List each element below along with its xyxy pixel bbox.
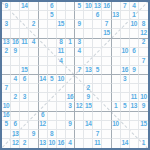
cell-r11c3[interactable]: 3 <box>20 93 29 102</box>
cell-r14c11[interactable] <box>93 121 102 130</box>
given-digit: 14 <box>85 121 91 128</box>
cell-r7c7[interactable]: 4 <box>57 57 66 66</box>
cell-r10c7[interactable] <box>57 84 66 93</box>
cell-r2c15[interactable]: 1 <box>130 11 139 20</box>
cell-r11c8[interactable]: 16 <box>66 93 75 102</box>
cell-r4c8[interactable] <box>66 29 75 38</box>
cell-r6c12[interactable] <box>102 48 111 57</box>
given-digit: 14 <box>21 3 27 10</box>
cell-r1c3[interactable]: 14 <box>20 2 29 11</box>
cell-r12c4[interactable] <box>29 102 38 111</box>
cell-r9c15[interactable] <box>130 75 139 84</box>
cell-r2c5[interactable] <box>39 11 48 20</box>
given-digit: 4 <box>68 140 71 147</box>
cell-r3c9[interactable]: 9 <box>75 20 84 29</box>
cell-r16c2[interactable]: 12 <box>11 139 20 148</box>
cell-r12c16[interactable]: 9 <box>139 102 148 111</box>
cell-r4c12[interactable]: 15 <box>102 29 111 38</box>
cell-r8c5[interactable] <box>39 66 48 75</box>
cell-r1c1[interactable]: 9 <box>2 2 11 11</box>
cell-r15c1[interactable] <box>2 130 11 139</box>
cell-r5c10[interactable] <box>84 39 93 48</box>
cell-r15c13[interactable] <box>112 130 121 139</box>
cell-r16c8[interactable]: 4 <box>66 139 75 148</box>
cell-r3c2[interactable] <box>11 20 20 29</box>
cell-r3c10[interactable] <box>84 20 93 29</box>
given-digit: 11 <box>94 140 100 147</box>
cell-r6c14[interactable]: 10 <box>121 48 130 57</box>
given-digit: 3 <box>68 103 71 110</box>
cell-r3c5[interactable] <box>39 20 48 29</box>
cell-r13c2[interactable] <box>11 112 20 121</box>
cell-r5c15[interactable] <box>130 39 139 48</box>
given-digit: 15 <box>58 21 64 28</box>
cell-r14c2[interactable]: 6 <box>11 121 20 130</box>
cell-r12c5[interactable] <box>39 102 48 111</box>
cell-r11c1[interactable] <box>2 93 11 102</box>
cell-r4c16[interactable]: 12 <box>139 29 148 38</box>
cell-r14c3[interactable] <box>20 121 29 130</box>
cell-r2c12[interactable] <box>102 11 111 20</box>
cell-r3c1[interactable]: 3 <box>2 20 11 29</box>
cell-r2c10[interactable] <box>84 11 93 20</box>
cell-r13c16[interactable] <box>139 112 148 121</box>
given-digit: 15 <box>85 103 91 110</box>
cell-r12c6[interactable] <box>48 102 57 111</box>
given-digit: 2 <box>23 140 26 147</box>
cell-r6c8[interactable] <box>66 48 75 57</box>
cell-r14c8[interactable]: 9 <box>66 121 75 130</box>
cell-r5c11[interactable] <box>93 39 102 48</box>
cell-r14c14[interactable] <box>121 121 130 130</box>
cell-r5c12[interactable] <box>102 39 111 48</box>
cell-r8c7[interactable] <box>57 66 66 75</box>
given-digit: 15 <box>140 121 146 128</box>
given-digit: 16 <box>58 140 64 147</box>
cell-r16c1[interactable] <box>2 139 11 148</box>
cell-r8c10[interactable]: 13 <box>84 66 93 75</box>
given-digit: 6 <box>50 3 53 10</box>
cell-r6c6[interactable] <box>48 48 57 57</box>
cell-r15c8[interactable] <box>66 130 75 139</box>
cell-r3c8[interactable] <box>66 20 75 29</box>
cell-r13c5[interactable]: 6 <box>39 112 48 121</box>
cell-r12c3[interactable] <box>20 102 29 111</box>
cell-r2c6[interactable]: 5 <box>48 11 57 20</box>
cell-r9c7[interactable]: 10 <box>57 75 66 84</box>
cell-r5c2[interactable]: 16 <box>11 39 20 48</box>
cell-r5c8[interactable]: 1 <box>66 39 75 48</box>
given-digit: 7 <box>4 85 7 92</box>
cell-r13c14[interactable] <box>121 112 130 121</box>
cell-r7c12[interactable] <box>102 57 111 66</box>
cell-r2c2[interactable] <box>11 11 20 20</box>
cell-r15c4[interactable]: 9 <box>29 130 38 139</box>
cell-r11c11[interactable] <box>93 93 102 102</box>
cell-r1c16[interactable] <box>139 2 148 11</box>
cell-r1c10[interactable]: 10 <box>84 2 93 11</box>
cell-r1c9[interactable]: 5 <box>75 2 84 11</box>
cell-r4c14[interactable] <box>121 29 130 38</box>
given-digit: 5 <box>77 3 80 10</box>
cell-r12c1[interactable]: 10 <box>2 102 11 111</box>
cell-r3c3[interactable] <box>20 20 29 29</box>
cell-r1c13[interactable] <box>112 2 121 11</box>
cell-r13c12[interactable] <box>102 112 111 121</box>
cell-r5c5[interactable] <box>39 39 48 48</box>
cell-r8c11[interactable]: 5 <box>93 66 102 75</box>
cell-r11c13[interactable] <box>112 93 121 102</box>
cell-r7c6[interactable] <box>48 57 57 66</box>
cell-r16c13[interactable] <box>112 139 121 148</box>
cell-r11c16[interactable]: 10 <box>139 93 148 102</box>
cell-r11c10[interactable]: 9 <box>84 93 93 102</box>
cell-r7c9[interactable] <box>75 57 84 66</box>
cell-r9c14[interactable]: 3 <box>121 75 130 84</box>
given-digit: 13 <box>12 131 18 138</box>
given-digit: 2 <box>4 48 7 55</box>
given-digit: 4 <box>77 48 80 55</box>
cell-r7c1[interactable] <box>2 57 11 66</box>
cell-r13c11[interactable] <box>93 112 102 121</box>
given-digit: 1 <box>142 140 145 147</box>
cell-r4c6[interactable] <box>48 29 57 38</box>
given-digit: 3 <box>4 21 7 28</box>
cell-r3c16[interactable]: 8 <box>139 20 148 29</box>
cell-r12c7[interactable] <box>57 102 66 111</box>
cell-r2c13[interactable]: 13 <box>112 11 121 20</box>
cell-r7c13[interactable] <box>112 57 121 66</box>
cell-r6c10[interactable] <box>84 48 93 57</box>
cell-r10c6[interactable] <box>48 84 57 93</box>
given-digit: 10 <box>48 140 54 147</box>
cell-r7c3[interactable] <box>20 57 29 66</box>
cell-r11c2[interactable]: 2 <box>11 93 20 102</box>
cell-r8c1[interactable] <box>2 66 11 75</box>
cell-r4c3[interactable] <box>20 29 29 38</box>
cell-r9c12[interactable] <box>102 75 111 84</box>
cell-r16c14[interactable]: 14 <box>121 139 130 148</box>
cell-r2c11[interactable]: 6 <box>93 11 102 20</box>
cell-r6c1[interactable]: 2 <box>2 48 11 57</box>
cell-r3c11[interactable] <box>93 20 102 29</box>
cell-r11c5[interactable] <box>39 93 48 102</box>
cell-r13c9[interactable] <box>75 112 84 121</box>
cell-r16c5[interactable]: 13 <box>39 139 48 148</box>
given-digit: 10 <box>58 76 64 83</box>
given-digit: 13 <box>131 103 137 110</box>
cell-r13c8[interactable] <box>66 112 75 121</box>
given-digit: 9 <box>68 121 71 128</box>
cell-r8c8[interactable] <box>66 66 75 75</box>
cell-r14c6[interactable] <box>48 121 57 130</box>
cell-r10c12[interactable] <box>102 84 111 93</box>
cell-r5c14[interactable] <box>121 39 130 48</box>
cell-r14c12[interactable] <box>102 121 111 130</box>
given-digit: 8 <box>50 131 53 138</box>
cell-r9c10[interactable] <box>84 75 93 84</box>
cell-r4c2[interactable] <box>11 29 20 38</box>
cell-r15c5[interactable] <box>39 130 48 139</box>
cell-r5c1[interactable]: 13 <box>2 39 11 48</box>
cell-r11c6[interactable] <box>48 93 57 102</box>
cell-r9c6[interactable]: 5 <box>48 75 57 84</box>
cell-r4c15[interactable] <box>130 29 139 38</box>
cell-r1c15[interactable]: 4 <box>130 2 139 11</box>
cell-r5c3[interactable]: 11 <box>20 39 29 48</box>
cell-r16c4[interactable] <box>29 139 38 148</box>
cell-r16c12[interactable] <box>102 139 111 148</box>
cell-r4c7[interactable] <box>57 29 66 38</box>
cell-r2c1[interactable] <box>2 11 11 20</box>
cell-r3c4[interactable]: 2 <box>29 20 38 29</box>
given-digit: 12 <box>39 121 45 128</box>
cell-r3c7[interactable]: 15 <box>57 20 66 29</box>
cell-r10c15[interactable] <box>130 84 139 93</box>
given-digit: 6 <box>14 121 17 128</box>
cell-r9c1[interactable] <box>2 75 11 84</box>
cell-r11c14[interactable] <box>121 93 130 102</box>
cell-r15c10[interactable] <box>84 130 93 139</box>
cell-r13c7[interactable] <box>57 112 66 121</box>
cell-r4c9[interactable] <box>75 29 84 38</box>
cell-r4c13[interactable] <box>112 29 121 38</box>
cell-r3c15[interactable]: 10 <box>130 20 139 29</box>
cell-r16c6[interactable]: 10 <box>48 139 57 148</box>
given-digit: 7 <box>142 58 145 65</box>
cell-r2c3[interactable] <box>20 11 29 20</box>
cell-r9c11[interactable] <box>93 75 102 84</box>
given-digit: 7 <box>105 21 108 28</box>
cell-r10c13[interactable] <box>112 84 121 93</box>
cell-r6c16[interactable] <box>139 48 148 57</box>
given-digit: 4 <box>14 76 17 83</box>
cell-r14c16[interactable]: 15 <box>139 121 148 130</box>
cell-r6c13[interactable] <box>112 48 121 57</box>
given-digit: 6 <box>41 112 44 119</box>
cell-r6c2[interactable]: 9 <box>11 48 20 57</box>
cell-r7c16[interactable]: 7 <box>139 57 148 66</box>
cell-r14c4[interactable] <box>29 121 38 130</box>
cell-r9c16[interactable] <box>139 75 148 84</box>
given-digit: 10 <box>112 121 118 128</box>
cell-r11c15[interactable]: 11 <box>130 93 139 102</box>
cell-r16c11[interactable]: 11 <box>93 139 102 148</box>
cell-r1c4[interactable] <box>29 2 38 11</box>
cell-r10c14[interactable] <box>121 84 130 93</box>
cell-r13c1[interactable]: 16 <box>2 112 11 121</box>
cell-r9c4[interactable] <box>29 75 38 84</box>
cell-r12c12[interactable] <box>102 102 111 111</box>
cell-r16c10[interactable] <box>84 139 93 148</box>
cell-r6c5[interactable] <box>39 48 48 57</box>
cell-r15c7[interactable] <box>57 130 66 139</box>
cell-r10c10[interactable]: 2 <box>84 84 93 93</box>
cell-r11c7[interactable] <box>57 93 66 102</box>
cell-r3c13[interactable] <box>112 20 121 29</box>
cell-r11c12[interactable] <box>102 93 111 102</box>
cell-r1c2[interactable] <box>11 2 20 11</box>
cell-r1c11[interactable]: 13 <box>93 2 102 11</box>
cell-r1c8[interactable] <box>66 2 75 11</box>
cell-r2c16[interactable] <box>139 11 148 20</box>
cell-r6c4[interactable] <box>29 48 38 57</box>
cell-r8c6[interactable] <box>48 66 57 75</box>
cell-r4c10[interactable] <box>84 29 93 38</box>
cell-r1c14[interactable]: 7 <box>121 2 130 11</box>
cell-r11c9[interactable] <box>75 93 84 102</box>
cell-r2c9[interactable] <box>75 11 84 20</box>
cell-r2c14[interactable] <box>121 11 130 20</box>
sudoku-board: 9146510131674561313215971081512131611481… <box>0 0 150 150</box>
cell-r15c11[interactable]: 7 <box>93 130 102 139</box>
cell-r12c11[interactable] <box>93 102 102 111</box>
cell-r7c5[interactable] <box>39 57 48 66</box>
cell-r8c3[interactable]: 15 <box>20 66 29 75</box>
cell-r16c15[interactable] <box>130 139 139 148</box>
cell-r6c15[interactable]: 6 <box>130 48 139 57</box>
cell-r8c16[interactable] <box>139 66 148 75</box>
cell-r10c11[interactable] <box>93 84 102 93</box>
cell-r2c8[interactable] <box>66 11 75 20</box>
cell-r13c10[interactable] <box>84 112 93 121</box>
cell-r1c12[interactable]: 16 <box>102 2 111 11</box>
cell-r15c6[interactable]: 8 <box>48 130 57 139</box>
cell-r15c16[interactable] <box>139 130 148 139</box>
cell-r12c8[interactable]: 3 <box>66 102 75 111</box>
cell-r16c16[interactable]: 1 <box>139 139 148 148</box>
cell-r13c6[interactable] <box>48 112 57 121</box>
cell-r15c9[interactable] <box>75 130 84 139</box>
given-digit: 7 <box>77 67 80 74</box>
cell-r16c3[interactable]: 2 <box>20 139 29 148</box>
cell-r15c14[interactable] <box>121 130 130 139</box>
cell-r13c13[interactable] <box>112 112 121 121</box>
cell-r3c12[interactable]: 7 <box>102 20 111 29</box>
given-digit: 8 <box>59 39 62 46</box>
cell-r8c13[interactable] <box>112 66 121 75</box>
cell-r8c2[interactable] <box>11 66 20 75</box>
cell-r9c3[interactable]: 6 <box>20 75 29 84</box>
given-digit: 9 <box>132 67 135 74</box>
cell-r9c13[interactable] <box>112 75 121 84</box>
cell-r16c7[interactable]: 16 <box>57 139 66 148</box>
cell-r5c6[interactable] <box>48 39 57 48</box>
cell-r2c7[interactable] <box>57 11 66 20</box>
cell-r5c9[interactable]: 3 <box>75 39 84 48</box>
cell-r12c14[interactable]: 5 <box>121 102 130 111</box>
cell-r10c9[interactable] <box>75 84 84 93</box>
cell-r10c8[interactable] <box>66 84 75 93</box>
cell-r5c4[interactable]: 4 <box>29 39 38 48</box>
cell-r6c7[interactable]: 11 <box>57 48 66 57</box>
cell-r13c15[interactable] <box>130 112 139 121</box>
cell-r4c5[interactable] <box>39 29 48 38</box>
cell-r7c10[interactable] <box>84 57 93 66</box>
cell-r9c8[interactable] <box>66 75 75 84</box>
given-digit: 14 <box>121 140 127 147</box>
cell-r9c5[interactable]: 14 <box>39 75 48 84</box>
given-digit: 13 <box>39 140 45 147</box>
cell-r4c1[interactable] <box>2 29 11 38</box>
cell-r7c15[interactable] <box>130 57 139 66</box>
cell-r8c9[interactable]: 7 <box>75 66 84 75</box>
cell-r5c13[interactable] <box>112 39 121 48</box>
cell-r14c7[interactable] <box>57 121 66 130</box>
cell-r8c15[interactable]: 9 <box>130 66 139 75</box>
given-digit: 10 <box>140 94 146 101</box>
cell-r3c6[interactable] <box>48 20 57 29</box>
cell-r11c4[interactable] <box>29 93 38 102</box>
cell-r15c15[interactable] <box>130 130 139 139</box>
cell-r8c12[interactable] <box>102 66 111 75</box>
cell-r15c3[interactable] <box>20 130 29 139</box>
cell-r10c16[interactable] <box>139 84 148 93</box>
cell-r4c11[interactable] <box>93 29 102 38</box>
cell-r12c2[interactable] <box>11 102 20 111</box>
cell-r1c6[interactable]: 6 <box>48 2 57 11</box>
cell-r1c7[interactable] <box>57 2 66 11</box>
cell-r9c9[interactable] <box>75 75 84 84</box>
cell-r13c3[interactable] <box>20 112 29 121</box>
cell-r14c1[interactable]: 5 <box>2 121 11 130</box>
cell-r6c3[interactable] <box>20 48 29 57</box>
given-digit: 6 <box>132 48 135 55</box>
cell-r7c14[interactable] <box>121 57 130 66</box>
cell-r2c4[interactable] <box>29 11 38 20</box>
cell-r12c9[interactable]: 12 <box>75 102 84 111</box>
cell-r14c10[interactable]: 14 <box>84 121 93 130</box>
given-digit: 11 <box>131 94 137 101</box>
cell-r6c9[interactable]: 4 <box>75 48 84 57</box>
cell-r14c5[interactable]: 12 <box>39 121 48 130</box>
cell-r8c14[interactable]: 16 <box>121 66 130 75</box>
cell-r10c1[interactable]: 7 <box>2 84 11 93</box>
cell-r7c2[interactable] <box>11 57 20 66</box>
cell-r12c10[interactable]: 15 <box>84 102 93 111</box>
given-digit: 2 <box>14 94 17 101</box>
cell-r14c15[interactable] <box>130 121 139 130</box>
cell-r14c13[interactable]: 10 <box>112 121 121 130</box>
cell-r7c11[interactable] <box>93 57 102 66</box>
cell-r15c2[interactable]: 13 <box>11 130 20 139</box>
given-digit: 6 <box>96 12 99 19</box>
cell-r3c14[interactable] <box>121 20 130 29</box>
cell-r10c3[interactable] <box>20 84 29 93</box>
cell-r6c11[interactable] <box>93 48 102 57</box>
cell-r4c4[interactable] <box>29 29 38 38</box>
given-digit: 1 <box>68 39 71 46</box>
cell-r10c5[interactable] <box>39 84 48 93</box>
cell-r5c7[interactable]: 8 <box>57 39 66 48</box>
cell-r10c4[interactable] <box>29 84 38 93</box>
cell-r7c8[interactable] <box>66 57 75 66</box>
cell-r15c12[interactable] <box>102 130 111 139</box>
cell-r8c4[interactable] <box>29 66 38 75</box>
cell-r16c9[interactable] <box>75 139 84 148</box>
given-digit: 9 <box>77 21 80 28</box>
cell-r13c4[interactable] <box>29 112 38 121</box>
given-digit: 10 <box>131 21 137 28</box>
cell-r12c15[interactable]: 13 <box>130 102 139 111</box>
cell-r12c13[interactable]: 1 <box>112 102 121 111</box>
cell-r14c9[interactable] <box>75 121 84 130</box>
cell-r10c2[interactable] <box>11 84 20 93</box>
cell-r9c2[interactable]: 4 <box>11 75 20 84</box>
cell-r5c16[interactable]: 2 <box>139 39 148 48</box>
cell-r7c4[interactable] <box>29 57 38 66</box>
cell-r1c5[interactable] <box>39 2 48 11</box>
